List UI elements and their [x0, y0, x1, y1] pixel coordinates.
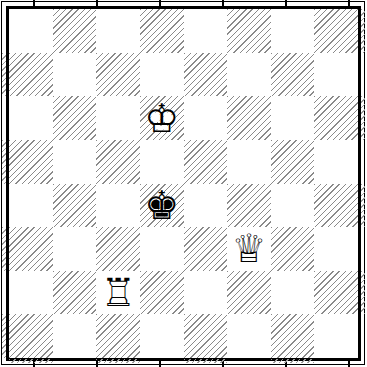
- square-c5[interactable]: [96, 140, 140, 184]
- square-c3[interactable]: [96, 227, 140, 271]
- frame-tick: [96, 0, 98, 6]
- black-king-piece[interactable]: ♚♚: [140, 184, 184, 228]
- square-g5[interactable]: [271, 140, 315, 184]
- square-b3[interactable]: [53, 227, 97, 271]
- square-b6[interactable]: [53, 96, 97, 140]
- square-d2[interactable]: [140, 271, 184, 315]
- square-a6[interactable]: [9, 96, 53, 140]
- square-f8[interactable]: [227, 9, 271, 53]
- square-a3[interactable]: [9, 227, 53, 271]
- square-d1[interactable]: [140, 314, 184, 358]
- square-g6[interactable]: [271, 96, 315, 140]
- square-h8[interactable]: [314, 9, 358, 53]
- square-e8[interactable]: [184, 9, 228, 53]
- square-f4[interactable]: [227, 184, 271, 228]
- hatch-overflow-bottom: [271, 359, 315, 363]
- square-b7[interactable]: [53, 53, 97, 97]
- hatch-overflow-bottom: [9, 359, 53, 363]
- square-a4[interactable]: [9, 184, 53, 228]
- square-e6[interactable]: [184, 96, 228, 140]
- square-d3[interactable]: [140, 227, 184, 271]
- square-f1[interactable]: [227, 314, 271, 358]
- chess-board: ♚♔♚♚♛♕♜♖: [9, 9, 358, 358]
- square-a8[interactable]: [9, 9, 53, 53]
- square-c4[interactable]: [96, 184, 140, 228]
- white-king-piece[interactable]: ♚♔: [140, 96, 184, 140]
- square-f7[interactable]: [227, 53, 271, 97]
- square-h4[interactable]: [314, 184, 358, 228]
- square-e2[interactable]: [184, 271, 228, 315]
- square-b1[interactable]: [53, 314, 97, 358]
- hatch-overflow-right: [361, 96, 365, 140]
- square-a5[interactable]: [9, 140, 53, 184]
- hatch-overflow-bottom: [184, 359, 228, 363]
- chess-diagram: ♚♔♚♚♛♕♜♖: [0, 0, 367, 367]
- square-f6[interactable]: [227, 96, 271, 140]
- square-g2[interactable]: [271, 271, 315, 315]
- square-b5[interactable]: [53, 140, 97, 184]
- square-d8[interactable]: [140, 9, 184, 53]
- square-c6[interactable]: [96, 96, 140, 140]
- hatch-overflow-left: [2, 140, 6, 184]
- square-d4[interactable]: ♚♚: [140, 184, 184, 228]
- square-d5[interactable]: [140, 140, 184, 184]
- square-e7[interactable]: [184, 53, 228, 97]
- square-c1[interactable]: [96, 314, 140, 358]
- white-queen-glyph: ♕: [231, 229, 266, 268]
- square-d6[interactable]: ♚♔: [140, 96, 184, 140]
- square-e3[interactable]: [184, 227, 228, 271]
- hatch-overflow-bottom: [96, 359, 140, 363]
- square-c7[interactable]: [96, 53, 140, 97]
- square-h1[interactable]: [314, 314, 358, 358]
- white-queen-piece[interactable]: ♛♕: [227, 227, 271, 271]
- square-e1[interactable]: [184, 314, 228, 358]
- square-h2[interactable]: [314, 271, 358, 315]
- square-a7[interactable]: [9, 53, 53, 97]
- frame-tick: [222, 0, 224, 6]
- hatch-overflow-left: [2, 227, 6, 271]
- square-e5[interactable]: [184, 140, 228, 184]
- square-h3[interactable]: [314, 227, 358, 271]
- square-b4[interactable]: [53, 184, 97, 228]
- square-c2[interactable]: ♜♖: [96, 271, 140, 315]
- square-h7[interactable]: [314, 53, 358, 97]
- frame-tick: [159, 0, 161, 6]
- square-g4[interactable]: [271, 184, 315, 228]
- hatch-overflow-left: [2, 314, 6, 358]
- hatch-overflow-left: [2, 53, 6, 97]
- hatch-overflow-right: [361, 9, 365, 53]
- square-g8[interactable]: [271, 9, 315, 53]
- square-b2[interactable]: [53, 271, 97, 315]
- square-f5[interactable]: [227, 140, 271, 184]
- square-c8[interactable]: [96, 9, 140, 53]
- square-g3[interactable]: [271, 227, 315, 271]
- square-g7[interactable]: [271, 53, 315, 97]
- square-a2[interactable]: [9, 271, 53, 315]
- square-d7[interactable]: [140, 53, 184, 97]
- square-b8[interactable]: [53, 9, 97, 53]
- frame-tick: [348, 361, 350, 367]
- white-rook-piece[interactable]: ♜♖: [96, 271, 140, 315]
- square-h5[interactable]: [314, 140, 358, 184]
- white-rook-glyph: ♖: [101, 273, 136, 312]
- black-king-glyph: ♚: [144, 186, 179, 225]
- square-f3[interactable]: ♛♕: [227, 227, 271, 271]
- square-h6[interactable]: [314, 96, 358, 140]
- square-g1[interactable]: [271, 314, 315, 358]
- square-a1[interactable]: [9, 314, 53, 358]
- frame-tick: [33, 0, 35, 6]
- white-king-glyph: ♔: [144, 99, 179, 138]
- board-frame: ♚♔♚♚♛♕♜♖: [6, 6, 361, 361]
- frame-tick: [348, 0, 350, 6]
- frame-tick: [285, 0, 287, 6]
- hatch-overflow-right: [361, 271, 365, 315]
- square-e4[interactable]: [184, 184, 228, 228]
- frame-tick: [159, 361, 161, 367]
- hatch-overflow-right: [361, 184, 365, 228]
- square-f2[interactable]: [227, 271, 271, 315]
